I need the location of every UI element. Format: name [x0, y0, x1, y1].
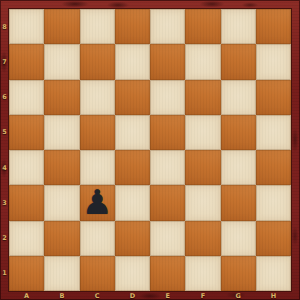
file-label-a: A — [9, 291, 44, 300]
rank-labels: 87654321 — [0, 9, 9, 291]
square-a4[interactable] — [9, 150, 44, 185]
square-f6[interactable] — [185, 80, 220, 115]
square-f4[interactable] — [185, 150, 220, 185]
square-h1[interactable] — [256, 256, 291, 291]
square-c5[interactable] — [80, 115, 115, 150]
square-h2[interactable] — [256, 221, 291, 256]
square-b2[interactable] — [44, 221, 79, 256]
square-h5[interactable] — [256, 115, 291, 150]
square-a5[interactable] — [9, 115, 44, 150]
square-g7[interactable] — [221, 44, 256, 79]
square-f1[interactable] — [185, 256, 220, 291]
square-g4[interactable] — [221, 150, 256, 185]
square-a6[interactable] — [9, 80, 44, 115]
file-label-e: E — [150, 291, 185, 300]
square-d7[interactable] — [115, 44, 150, 79]
square-e7[interactable] — [150, 44, 185, 79]
square-c7[interactable] — [80, 44, 115, 79]
rank-label-1: 1 — [0, 256, 9, 291]
square-h3[interactable] — [256, 185, 291, 220]
square-g8[interactable] — [221, 9, 256, 44]
file-label-h: H — [256, 291, 291, 300]
square-c4[interactable] — [80, 150, 115, 185]
square-f8[interactable] — [185, 9, 220, 44]
file-label-b: B — [44, 291, 79, 300]
square-b5[interactable] — [44, 115, 79, 150]
chess-board: ♟ — [9, 9, 291, 291]
square-h8[interactable] — [256, 9, 291, 44]
file-label-g: G — [221, 291, 256, 300]
file-label-d: D — [115, 291, 150, 300]
square-a3[interactable] — [9, 185, 44, 220]
square-f7[interactable] — [185, 44, 220, 79]
square-d4[interactable] — [115, 150, 150, 185]
square-e5[interactable] — [150, 115, 185, 150]
square-f2[interactable] — [185, 221, 220, 256]
rank-label-5: 5 — [0, 115, 9, 150]
file-labels: ABCDEFGH — [9, 291, 291, 300]
square-g6[interactable] — [221, 80, 256, 115]
black-pawn[interactable]: ♟ — [82, 185, 112, 219]
square-c2[interactable] — [80, 221, 115, 256]
square-b3[interactable] — [44, 185, 79, 220]
square-d8[interactable] — [115, 9, 150, 44]
square-e1[interactable] — [150, 256, 185, 291]
square-g5[interactable] — [221, 115, 256, 150]
rank-label-4: 4 — [0, 150, 9, 185]
rank-label-6: 6 — [0, 80, 9, 115]
square-b8[interactable] — [44, 9, 79, 44]
square-c6[interactable] — [80, 80, 115, 115]
square-e4[interactable] — [150, 150, 185, 185]
rank-label-8: 8 — [0, 9, 9, 44]
square-g2[interactable] — [221, 221, 256, 256]
square-g1[interactable] — [221, 256, 256, 291]
square-c8[interactable] — [80, 9, 115, 44]
square-b1[interactable] — [44, 256, 79, 291]
square-b7[interactable] — [44, 44, 79, 79]
file-label-f: F — [185, 291, 220, 300]
square-e6[interactable] — [150, 80, 185, 115]
square-b4[interactable] — [44, 150, 79, 185]
square-c1[interactable] — [80, 256, 115, 291]
square-d1[interactable] — [115, 256, 150, 291]
square-e2[interactable] — [150, 221, 185, 256]
square-a2[interactable] — [9, 221, 44, 256]
square-h6[interactable] — [256, 80, 291, 115]
square-d3[interactable] — [115, 185, 150, 220]
rank-label-7: 7 — [0, 44, 9, 79]
square-a7[interactable] — [9, 44, 44, 79]
square-f3[interactable] — [185, 185, 220, 220]
square-e3[interactable] — [150, 185, 185, 220]
square-e8[interactable] — [150, 9, 185, 44]
square-h4[interactable] — [256, 150, 291, 185]
rank-label-3: 3 — [0, 185, 9, 220]
square-d2[interactable] — [115, 221, 150, 256]
square-d5[interactable] — [115, 115, 150, 150]
rank-label-2: 2 — [0, 221, 9, 256]
square-g3[interactable] — [221, 185, 256, 220]
file-label-c: C — [80, 291, 115, 300]
square-d6[interactable] — [115, 80, 150, 115]
square-b6[interactable] — [44, 80, 79, 115]
chess-board-screenshot: ♟ 87654321 ABCDEFGH — [0, 0, 300, 300]
square-f5[interactable] — [185, 115, 220, 150]
square-c3[interactable]: ♟ — [80, 185, 115, 220]
square-h7[interactable] — [256, 44, 291, 79]
square-a8[interactable] — [9, 9, 44, 44]
square-a1[interactable] — [9, 256, 44, 291]
